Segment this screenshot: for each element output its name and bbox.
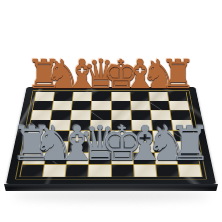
chess-set-photo: ♜♞♝♛♚♝♞♜♜♞♝♛♚♝♞♜ — [0, 0, 222, 222]
square-f8 — [130, 92, 149, 101]
square-e4 — [111, 131, 131, 141]
square-b1 — [43, 165, 66, 177]
square-d6 — [91, 110, 110, 119]
square-a2 — [23, 153, 46, 164]
square-c8 — [73, 92, 92, 101]
square-c3 — [68, 141, 89, 152]
chess-board — [6, 87, 216, 184]
square-h4 — [173, 131, 195, 141]
square-f6 — [131, 110, 151, 119]
square-h1 — [178, 165, 202, 177]
square-f2 — [133, 153, 155, 164]
square-b2 — [45, 153, 67, 164]
square-e3 — [111, 141, 132, 152]
square-h6 — [170, 110, 191, 119]
square-c4 — [69, 131, 90, 141]
square-a3 — [25, 141, 47, 152]
square-d2 — [89, 153, 110, 164]
square-d4 — [90, 131, 110, 141]
square-g8 — [149, 92, 168, 101]
square-b4 — [48, 131, 69, 141]
square-f7 — [131, 101, 150, 110]
square-e6 — [111, 110, 130, 119]
square-h3 — [175, 141, 197, 152]
square-f4 — [132, 131, 153, 141]
square-a1 — [20, 165, 44, 177]
square-a5 — [29, 120, 50, 130]
square-h2 — [176, 153, 199, 164]
square-d5 — [91, 120, 111, 130]
square-g6 — [151, 110, 171, 119]
square-h7 — [169, 101, 189, 110]
square-c2 — [67, 153, 89, 164]
square-b3 — [47, 141, 69, 152]
square-e5 — [111, 120, 131, 130]
square-d8 — [92, 92, 110, 101]
square-f3 — [133, 141, 154, 152]
square-b7 — [53, 101, 73, 110]
square-e7 — [111, 101, 130, 110]
square-e2 — [111, 153, 132, 164]
square-e1 — [111, 165, 133, 177]
square-g7 — [150, 101, 170, 110]
square-b8 — [54, 92, 73, 101]
square-g2 — [155, 153, 177, 164]
square-c5 — [70, 120, 90, 130]
square-c6 — [71, 110, 91, 119]
square-a4 — [27, 131, 49, 141]
square-e8 — [111, 92, 129, 101]
square-a7 — [33, 101, 53, 110]
square-d1 — [89, 165, 111, 177]
square-f1 — [134, 165, 156, 177]
square-a8 — [35, 92, 55, 101]
square-b6 — [51, 110, 71, 119]
board-grid — [19, 92, 202, 177]
square-g5 — [152, 120, 173, 130]
square-g3 — [154, 141, 176, 152]
board-shadow — [12, 191, 210, 201]
square-c1 — [66, 165, 88, 177]
square-h5 — [172, 120, 193, 130]
square-b5 — [50, 120, 71, 130]
board-front-edge — [4, 184, 218, 191]
square-c7 — [72, 101, 91, 110]
square-h8 — [168, 92, 188, 101]
square-a6 — [31, 110, 52, 119]
square-d3 — [90, 141, 111, 152]
square-d7 — [92, 101, 111, 110]
board-scene: ♜♞♝♛♚♝♞♜♜♞♝♛♚♝♞♜ — [0, 0, 222, 222]
square-g4 — [153, 131, 174, 141]
square-g1 — [156, 165, 179, 177]
square-f5 — [132, 120, 152, 130]
